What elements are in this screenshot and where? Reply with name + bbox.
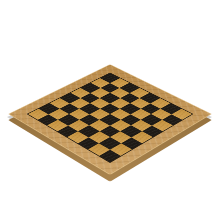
board-field (27, 73, 194, 163)
chess-board (8, 64, 212, 175)
product-photo (0, 0, 220, 220)
